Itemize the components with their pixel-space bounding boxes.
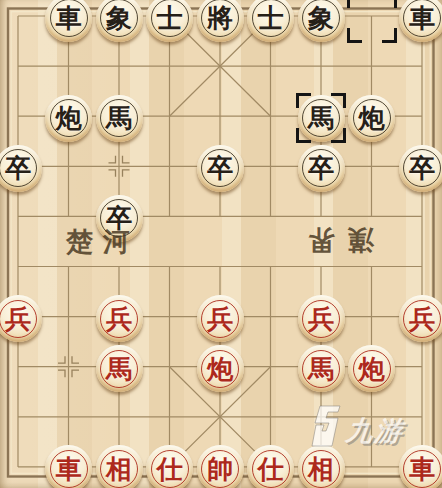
piece-black-elephant[interactable]: 象 bbox=[96, 0, 143, 42]
river-label-left: 楚河 bbox=[66, 224, 140, 260]
piece-red-advisor[interactable]: 仕 bbox=[146, 445, 193, 488]
piece-character: 車 bbox=[409, 5, 435, 31]
piece-red-cannon[interactable]: 炮 bbox=[348, 345, 395, 392]
piece-character: 卒 bbox=[409, 155, 435, 181]
piece-black-general[interactable]: 將 bbox=[197, 0, 244, 42]
piece-character: 仕 bbox=[157, 456, 183, 482]
piece-red-elephant[interactable]: 相 bbox=[96, 445, 143, 488]
piece-character: 馬 bbox=[308, 105, 334, 131]
piece-red-chariot[interactable]: 車 bbox=[45, 445, 92, 488]
piece-red-general[interactable]: 帥 bbox=[197, 445, 244, 488]
last-move-source-marker bbox=[347, 0, 397, 43]
piece-character: 兵 bbox=[5, 306, 31, 332]
piece-character: 馬 bbox=[106, 105, 132, 131]
piece-character: 卒 bbox=[308, 155, 334, 181]
piece-red-horse[interactable]: 馬 bbox=[298, 345, 345, 392]
piece-black-soldier[interactable]: 卒 bbox=[399, 145, 442, 192]
piece-red-soldier[interactable]: 兵 bbox=[96, 295, 143, 342]
piece-red-soldier[interactable]: 兵 bbox=[298, 295, 345, 342]
piece-red-cannon[interactable]: 炮 bbox=[197, 345, 244, 392]
piece-character: 兵 bbox=[207, 306, 233, 332]
xiangqi-board: 車象士將士象車炮馬馬炮卒卒卒卒卒兵兵兵兵兵馬炮馬炮車相仕帥仕相車 楚河 漢界 九… bbox=[0, 0, 442, 488]
piece-character: 炮 bbox=[207, 356, 233, 382]
piece-black-soldier[interactable]: 卒 bbox=[0, 145, 42, 192]
piece-character: 仕 bbox=[258, 456, 284, 482]
piece-black-horse[interactable]: 馬 bbox=[96, 95, 143, 142]
piece-character: 車 bbox=[56, 5, 82, 31]
piece-character: 兵 bbox=[106, 306, 132, 332]
river-label-right: 漢界 bbox=[296, 222, 374, 258]
piece-character: 炮 bbox=[359, 356, 385, 382]
piece-black-cannon[interactable]: 炮 bbox=[348, 95, 395, 142]
piece-black-soldier[interactable]: 卒 bbox=[298, 145, 345, 192]
piece-character: 象 bbox=[106, 5, 132, 31]
piece-red-chariot[interactable]: 車 bbox=[399, 445, 442, 488]
piece-character: 卒 bbox=[5, 155, 31, 181]
piece-character: 馬 bbox=[308, 356, 334, 382]
piece-character: 馬 bbox=[106, 356, 132, 382]
piece-black-soldier[interactable]: 卒 bbox=[197, 145, 244, 192]
piece-red-soldier[interactable]: 兵 bbox=[399, 295, 442, 342]
piece-black-advisor[interactable]: 士 bbox=[247, 0, 294, 42]
piece-character: 兵 bbox=[409, 306, 435, 332]
piece-red-elephant[interactable]: 相 bbox=[298, 445, 345, 488]
piece-character: 象 bbox=[308, 5, 334, 31]
piece-red-soldier[interactable]: 兵 bbox=[0, 295, 42, 342]
piece-character: 車 bbox=[409, 456, 435, 482]
piece-character: 炮 bbox=[359, 105, 385, 131]
piece-character: 兵 bbox=[308, 306, 334, 332]
piece-black-advisor[interactable]: 士 bbox=[146, 0, 193, 42]
piece-character: 相 bbox=[106, 456, 132, 482]
piece-black-chariot[interactable]: 車 bbox=[45, 0, 92, 42]
piece-character: 帥 bbox=[207, 456, 233, 482]
piece-black-cannon[interactable]: 炮 bbox=[45, 95, 92, 142]
piece-black-chariot[interactable]: 車 bbox=[399, 0, 442, 42]
piece-character: 炮 bbox=[56, 105, 82, 131]
piece-character: 卒 bbox=[207, 155, 233, 181]
piece-black-horse[interactable]: 馬 bbox=[298, 95, 345, 142]
piece-character: 將 bbox=[207, 5, 233, 31]
piece-red-horse[interactable]: 馬 bbox=[96, 345, 143, 392]
piece-red-soldier[interactable]: 兵 bbox=[197, 295, 244, 342]
piece-red-advisor[interactable]: 仕 bbox=[247, 445, 294, 488]
piece-character: 士 bbox=[258, 5, 284, 31]
piece-character: 車 bbox=[56, 456, 82, 482]
piece-black-elephant[interactable]: 象 bbox=[298, 0, 345, 42]
piece-character: 相 bbox=[308, 456, 334, 482]
piece-character: 士 bbox=[157, 5, 183, 31]
